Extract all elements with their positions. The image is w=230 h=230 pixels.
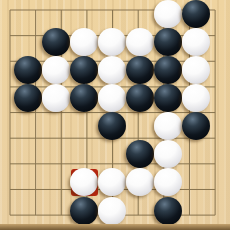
white-stone	[126, 28, 154, 56]
white-stone	[70, 28, 98, 56]
white-stone	[98, 84, 126, 112]
black-stone	[154, 84, 182, 112]
white-stone	[154, 0, 182, 28]
black-stone	[182, 112, 210, 140]
black-stone	[154, 28, 182, 56]
gomoku-board[interactable]	[0, 0, 230, 230]
black-stone	[70, 84, 98, 112]
white-stone	[154, 168, 182, 196]
white-stone	[182, 56, 210, 84]
black-stone	[42, 28, 70, 56]
white-stone	[182, 84, 210, 112]
black-stone	[126, 84, 154, 112]
black-stone	[154, 197, 182, 225]
black-stone	[70, 56, 98, 84]
white-stone	[98, 56, 126, 84]
white-stone	[182, 28, 210, 56]
white-stone	[98, 197, 126, 225]
white-stone	[154, 112, 182, 140]
white-stone	[98, 28, 126, 56]
black-stone	[70, 197, 98, 225]
white-stone	[42, 56, 70, 84]
black-stone	[126, 140, 154, 168]
black-stone	[126, 56, 154, 84]
board-bottom-edge	[0, 224, 230, 230]
white-stone	[154, 140, 182, 168]
black-stone	[154, 56, 182, 84]
black-stone	[98, 112, 126, 140]
black-stone	[182, 0, 210, 28]
